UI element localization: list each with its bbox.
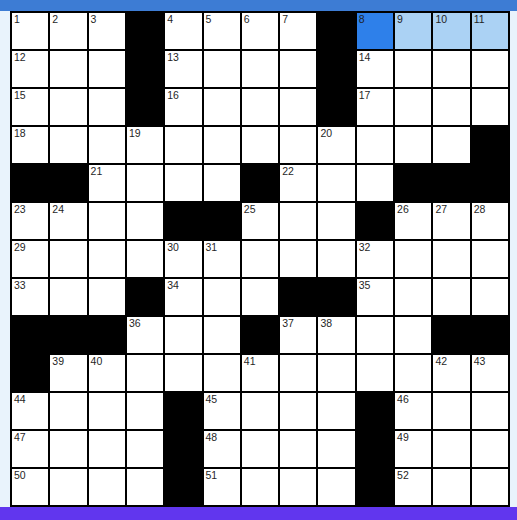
black-cell: [472, 165, 508, 201]
white-cell[interactable]: [280, 127, 316, 163]
white-cell[interactable]: [127, 393, 163, 429]
white-cell[interactable]: [395, 317, 431, 353]
clue-number: 16: [167, 89, 179, 101]
clue-number: 37: [282, 317, 294, 329]
clue-number: 45: [206, 393, 218, 405]
black-cell: [127, 89, 163, 125]
black-cell: [357, 469, 393, 505]
clue-number: 23: [14, 203, 26, 215]
white-cell[interactable]: [204, 317, 240, 353]
clue-number: 28: [474, 203, 486, 215]
white-cell[interactable]: [472, 279, 508, 315]
clue-number: 31: [206, 241, 218, 253]
clue-number: 6: [244, 13, 250, 25]
white-cell[interactable]: [89, 279, 125, 315]
white-cell[interactable]: 48: [204, 431, 240, 467]
white-cell[interactable]: [242, 51, 278, 87]
white-cell[interactable]: [318, 203, 354, 239]
white-cell[interactable]: [89, 431, 125, 467]
white-cell[interactable]: 6: [242, 13, 278, 49]
white-cell[interactable]: [472, 469, 508, 505]
black-cell: [12, 165, 48, 201]
clue-number: 49: [397, 431, 409, 443]
white-cell[interactable]: [127, 469, 163, 505]
white-cell[interactable]: [433, 469, 469, 505]
white-cell[interactable]: 20: [318, 127, 354, 163]
clue-number: 52: [397, 469, 409, 481]
white-cell[interactable]: 12: [12, 51, 48, 87]
crossword-board: 1234567891011121314151617181920212223242…: [10, 11, 510, 507]
black-cell: [127, 51, 163, 87]
white-cell[interactable]: 44: [12, 393, 48, 429]
white-cell[interactable]: 22: [280, 165, 316, 201]
white-cell[interactable]: [89, 469, 125, 505]
white-cell[interactable]: 28: [472, 203, 508, 239]
white-cell[interactable]: 42: [433, 355, 469, 391]
white-cell[interactable]: [204, 355, 240, 391]
clue-number: 51: [206, 469, 218, 481]
black-cell: [318, 51, 354, 87]
clue-number: 3: [91, 13, 97, 25]
clue-number: 34: [167, 279, 179, 291]
clue-number: 47: [14, 431, 26, 443]
clue-number: 18: [14, 127, 26, 139]
clue-number: 21: [91, 165, 103, 177]
black-cell: [357, 431, 393, 467]
black-cell: [318, 89, 354, 125]
white-cell[interactable]: 46: [395, 393, 431, 429]
white-cell[interactable]: [280, 469, 316, 505]
clue-number: 50: [14, 469, 26, 481]
clue-number: 12: [14, 51, 26, 63]
white-cell[interactable]: [318, 469, 354, 505]
black-cell: [127, 279, 163, 315]
white-cell[interactable]: [127, 165, 163, 201]
white-cell[interactable]: [89, 127, 125, 163]
white-cell[interactable]: [50, 469, 86, 505]
black-cell: [242, 165, 278, 201]
highlighted-cell[interactable]: 11: [472, 13, 508, 49]
black-cell: [204, 203, 240, 239]
white-cell[interactable]: [357, 355, 393, 391]
white-cell[interactable]: [127, 355, 163, 391]
white-cell[interactable]: [89, 89, 125, 125]
white-cell[interactable]: 40: [89, 355, 125, 391]
white-cell[interactable]: [280, 393, 316, 429]
white-cell[interactable]: [242, 241, 278, 277]
white-cell[interactable]: 41: [242, 355, 278, 391]
white-cell[interactable]: [280, 431, 316, 467]
white-cell[interactable]: [242, 469, 278, 505]
white-cell[interactable]: 24: [50, 203, 86, 239]
top-accent-bar: [0, 0, 517, 11]
white-cell[interactable]: 31: [204, 241, 240, 277]
white-cell[interactable]: [280, 203, 316, 239]
black-cell: [127, 13, 163, 49]
white-cell[interactable]: 38: [318, 317, 354, 353]
black-cell: [318, 13, 354, 49]
white-cell[interactable]: [433, 89, 469, 125]
clue-number: 29: [14, 241, 26, 253]
white-cell[interactable]: [127, 431, 163, 467]
clue-number: 17: [359, 89, 371, 101]
black-cell: [12, 355, 48, 391]
black-cell: [50, 317, 86, 353]
white-cell[interactable]: [50, 241, 86, 277]
white-cell[interactable]: [127, 203, 163, 239]
white-cell[interactable]: [433, 431, 469, 467]
white-cell[interactable]: [242, 393, 278, 429]
white-cell[interactable]: [50, 89, 86, 125]
clue-number: 32: [359, 241, 371, 253]
white-cell[interactable]: 5: [204, 13, 240, 49]
clue-number: 30: [167, 241, 179, 253]
white-cell[interactable]: 37: [280, 317, 316, 353]
white-cell[interactable]: [318, 355, 354, 391]
white-cell[interactable]: [165, 355, 201, 391]
clue-number: 39: [52, 355, 64, 367]
clue-number: 22: [282, 165, 294, 177]
white-cell[interactable]: [472, 431, 508, 467]
white-cell[interactable]: [395, 241, 431, 277]
white-cell[interactable]: 52: [395, 469, 431, 505]
white-cell[interactable]: [318, 393, 354, 429]
white-cell[interactable]: 33: [12, 279, 48, 315]
white-cell[interactable]: [89, 51, 125, 87]
white-cell[interactable]: [395, 89, 431, 125]
white-cell[interactable]: [472, 89, 508, 125]
black-cell: [280, 279, 316, 315]
white-cell[interactable]: [89, 393, 125, 429]
white-cell[interactable]: 36: [127, 317, 163, 353]
white-cell[interactable]: 50: [12, 469, 48, 505]
black-cell: [89, 317, 125, 353]
black-cell: [165, 203, 201, 239]
white-cell[interactable]: [165, 317, 201, 353]
black-cell: [472, 317, 508, 353]
black-cell: [165, 469, 201, 505]
clue-number: 26: [397, 203, 409, 215]
white-cell[interactable]: 4: [165, 13, 201, 49]
white-cell[interactable]: [280, 89, 316, 125]
white-cell[interactable]: 3: [89, 13, 125, 49]
clue-number: 10: [435, 13, 447, 25]
white-cell[interactable]: [395, 51, 431, 87]
white-cell[interactable]: 25: [242, 203, 278, 239]
clue-number: 14: [359, 51, 371, 63]
white-cell[interactable]: 26: [395, 203, 431, 239]
black-cell: [165, 431, 201, 467]
clue-number: 1: [14, 13, 20, 25]
white-cell[interactable]: [395, 355, 431, 391]
white-cell[interactable]: 34: [165, 279, 201, 315]
white-cell[interactable]: 15: [12, 89, 48, 125]
white-cell[interactable]: 21: [89, 165, 125, 201]
white-cell[interactable]: [50, 431, 86, 467]
white-cell[interactable]: 19: [127, 127, 163, 163]
white-cell[interactable]: [50, 393, 86, 429]
white-cell[interactable]: 32: [357, 241, 393, 277]
white-cell[interactable]: [242, 127, 278, 163]
white-cell[interactable]: 43: [472, 355, 508, 391]
black-cell: [318, 279, 354, 315]
clue-number: 20: [320, 127, 332, 139]
white-cell[interactable]: 47: [12, 431, 48, 467]
white-cell[interactable]: 1: [12, 13, 48, 49]
white-cell[interactable]: 17: [357, 89, 393, 125]
highlighted-cell[interactable]: 9: [395, 13, 431, 49]
clue-number: 44: [14, 393, 26, 405]
white-cell[interactable]: [280, 241, 316, 277]
clue-number: 41: [244, 355, 256, 367]
black-cell: [433, 165, 469, 201]
white-cell[interactable]: [165, 127, 201, 163]
white-cell[interactable]: [433, 127, 469, 163]
white-cell[interactable]: 29: [12, 241, 48, 277]
white-cell[interactable]: 49: [395, 431, 431, 467]
white-cell[interactable]: [318, 241, 354, 277]
clue-number: 36: [129, 317, 141, 329]
white-cell[interactable]: 39: [50, 355, 86, 391]
white-cell[interactable]: [357, 317, 393, 353]
clue-number: 19: [129, 127, 141, 139]
clue-number: 43: [474, 355, 486, 367]
white-cell[interactable]: [395, 127, 431, 163]
clue-number: 5: [206, 13, 212, 25]
white-cell[interactable]: [357, 127, 393, 163]
white-cell[interactable]: [280, 51, 316, 87]
white-cell[interactable]: [204, 51, 240, 87]
white-cell[interactable]: 30: [165, 241, 201, 277]
clue-number: 38: [320, 317, 332, 329]
white-cell[interactable]: [318, 165, 354, 201]
white-cell[interactable]: [50, 127, 86, 163]
white-cell[interactable]: 23: [12, 203, 48, 239]
white-cell[interactable]: [50, 51, 86, 87]
white-cell[interactable]: 7: [280, 13, 316, 49]
black-cell: [357, 203, 393, 239]
white-cell[interactable]: [204, 127, 240, 163]
black-cell: [433, 317, 469, 353]
white-cell[interactable]: [433, 279, 469, 315]
white-cell[interactable]: [204, 165, 240, 201]
white-cell[interactable]: [280, 355, 316, 391]
white-cell[interactable]: [242, 89, 278, 125]
white-cell[interactable]: [50, 279, 86, 315]
white-cell[interactable]: 2: [50, 13, 86, 49]
white-cell[interactable]: [204, 89, 240, 125]
white-cell[interactable]: [357, 165, 393, 201]
selected-cell[interactable]: 8: [357, 13, 393, 49]
white-cell[interactable]: 51: [204, 469, 240, 505]
clue-number: 25: [244, 203, 256, 215]
white-cell[interactable]: 13: [165, 51, 201, 87]
white-cell[interactable]: [472, 393, 508, 429]
clue-number: 27: [435, 203, 447, 215]
white-cell[interactable]: [433, 51, 469, 87]
white-cell[interactable]: [242, 279, 278, 315]
white-cell[interactable]: 14: [357, 51, 393, 87]
clue-number: 42: [435, 355, 447, 367]
clue-number: 2: [52, 13, 58, 25]
white-cell[interactable]: [472, 241, 508, 277]
black-cell: [242, 317, 278, 353]
clue-number: 24: [52, 203, 64, 215]
white-cell[interactable]: [127, 241, 163, 277]
clue-number: 35: [359, 279, 371, 291]
clue-number: 48: [206, 431, 218, 443]
white-cell[interactable]: 45: [204, 393, 240, 429]
clue-number: 13: [167, 51, 179, 63]
clue-number: 46: [397, 393, 409, 405]
white-cell[interactable]: [89, 203, 125, 239]
clue-number: 11: [474, 13, 485, 25]
white-cell[interactable]: 16: [165, 89, 201, 125]
black-cell: [357, 393, 393, 429]
white-cell[interactable]: [433, 393, 469, 429]
black-cell: [472, 127, 508, 163]
white-cell[interactable]: [242, 431, 278, 467]
bottom-accent-bar: [0, 507, 517, 520]
black-cell: [50, 165, 86, 201]
clue-number: 8: [359, 13, 365, 25]
white-cell[interactable]: 35: [357, 279, 393, 315]
white-cell[interactable]: [318, 431, 354, 467]
clue-number: 40: [91, 355, 103, 367]
clue-number: 33: [14, 279, 26, 291]
clue-number: 7: [282, 13, 288, 25]
white-cell[interactable]: 27: [433, 203, 469, 239]
clue-number: 15: [14, 89, 26, 101]
clue-number: 9: [397, 13, 403, 25]
white-cell[interactable]: [395, 279, 431, 315]
highlighted-cell[interactable]: 10: [433, 13, 469, 49]
clue-number: 4: [167, 13, 173, 25]
white-cell[interactable]: [204, 279, 240, 315]
black-cell: [165, 393, 201, 429]
white-cell[interactable]: [472, 51, 508, 87]
white-cell[interactable]: [165, 165, 201, 201]
white-cell[interactable]: [433, 241, 469, 277]
black-cell: [395, 165, 431, 201]
black-cell: [12, 317, 48, 353]
white-cell[interactable]: [89, 241, 125, 277]
white-cell[interactable]: 18: [12, 127, 48, 163]
